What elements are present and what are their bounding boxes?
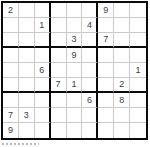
cell-r4c4[interactable] xyxy=(51,48,67,63)
cell-r4c5[interactable]: 9 xyxy=(67,48,83,63)
cell-r1c2[interactable] xyxy=(19,3,35,18)
cell-r8c4[interactable] xyxy=(51,108,67,123)
cell-r4c8[interactable] xyxy=(114,48,130,63)
cell-r7c7[interactable] xyxy=(98,93,114,108)
cell-r6c5[interactable]: 1 xyxy=(67,78,83,93)
cell-r9c2[interactable] xyxy=(19,123,35,138)
cell-r8c5[interactable] xyxy=(67,108,83,123)
cell-r8c3[interactable] xyxy=(35,108,51,123)
cell-r7c9[interactable] xyxy=(130,93,146,108)
cell-r9c3[interactable] xyxy=(35,123,51,138)
cell-r7c5[interactable] xyxy=(67,93,83,108)
cell-r8c9[interactable] xyxy=(130,108,146,123)
cell-r9c9[interactable] xyxy=(130,123,146,138)
cell-r7c6[interactable]: 6 xyxy=(82,93,98,108)
watermark-text xyxy=(2,143,39,145)
cell-r1c4[interactable] xyxy=(51,3,67,18)
cell-r1c8[interactable] xyxy=(114,3,130,18)
cell-r3c2[interactable] xyxy=(19,33,35,48)
cell-r4c9[interactable] xyxy=(130,48,146,63)
cell-r6c4[interactable]: 7 xyxy=(51,78,67,93)
cell-r7c1[interactable] xyxy=(3,93,19,108)
cell-r2c5[interactable] xyxy=(67,18,83,33)
cell-r3c1[interactable] xyxy=(3,33,19,48)
cell-r2c3[interactable]: 1 xyxy=(35,18,51,33)
cell-r8c6[interactable] xyxy=(82,108,98,123)
sudoku-board: 29143796171268739 xyxy=(1,1,148,140)
cell-r1c1[interactable]: 2 xyxy=(3,3,19,18)
cell-r5c6[interactable] xyxy=(82,63,98,78)
cell-r6c2[interactable] xyxy=(19,78,35,93)
cell-r5c3[interactable]: 6 xyxy=(35,63,51,78)
cell-r2c8[interactable] xyxy=(114,18,130,33)
cell-r6c3[interactable] xyxy=(35,78,51,93)
cell-r5c7[interactable] xyxy=(98,63,114,78)
cell-r4c2[interactable] xyxy=(19,48,35,63)
cell-r2c7[interactable] xyxy=(98,18,114,33)
cell-r6c7[interactable] xyxy=(98,78,114,93)
cell-r9c8[interactable] xyxy=(114,123,130,138)
cell-r4c1[interactable] xyxy=(3,48,19,63)
cell-r5c1[interactable] xyxy=(3,63,19,78)
cell-r6c6[interactable] xyxy=(82,78,98,93)
cell-r5c8[interactable] xyxy=(114,63,130,78)
cell-r5c5[interactable] xyxy=(67,63,83,78)
cell-r7c3[interactable] xyxy=(35,93,51,108)
cell-r9c5[interactable] xyxy=(67,123,83,138)
cell-r6c8[interactable]: 2 xyxy=(114,78,130,93)
cell-r3c9[interactable] xyxy=(130,33,146,48)
cell-r1c6[interactable] xyxy=(82,3,98,18)
cell-r5c9[interactable]: 1 xyxy=(130,63,146,78)
cell-r4c6[interactable] xyxy=(82,48,98,63)
cell-r7c4[interactable] xyxy=(51,93,67,108)
cell-r3c5[interactable]: 3 xyxy=(67,33,83,48)
cell-r7c8[interactable]: 8 xyxy=(114,93,130,108)
cell-r4c3[interactable] xyxy=(35,48,51,63)
cell-r2c2[interactable] xyxy=(19,18,35,33)
cell-r9c4[interactable] xyxy=(51,123,67,138)
cell-r7c2[interactable] xyxy=(19,93,35,108)
cell-r2c6[interactable]: 4 xyxy=(82,18,98,33)
cell-r3c6[interactable] xyxy=(82,33,98,48)
cell-r3c7[interactable]: 7 xyxy=(98,33,114,48)
cell-r4c7[interactable] xyxy=(98,48,114,63)
cell-r6c1[interactable] xyxy=(3,78,19,93)
cell-r8c8[interactable] xyxy=(114,108,130,123)
cell-r2c1[interactable] xyxy=(3,18,19,33)
cell-r8c1[interactable]: 7 xyxy=(3,108,19,123)
cell-r6c9[interactable] xyxy=(130,78,146,93)
cell-r8c7[interactable] xyxy=(98,108,114,123)
cell-r1c5[interactable] xyxy=(67,3,83,18)
cell-r2c4[interactable] xyxy=(51,18,67,33)
cell-r9c7[interactable] xyxy=(98,123,114,138)
cell-r5c4[interactable] xyxy=(51,63,67,78)
cell-r1c3[interactable] xyxy=(35,3,51,18)
cell-r9c1[interactable]: 9 xyxy=(3,123,19,138)
cell-r8c2[interactable]: 3 xyxy=(19,108,35,123)
cell-r5c2[interactable] xyxy=(19,63,35,78)
cell-r3c8[interactable] xyxy=(114,33,130,48)
cell-r1c9[interactable] xyxy=(130,3,146,18)
cell-r9c6[interactable] xyxy=(82,123,98,138)
cell-r3c4[interactable] xyxy=(51,33,67,48)
cell-r2c9[interactable] xyxy=(130,18,146,33)
cell-r3c3[interactable] xyxy=(35,33,51,48)
cell-r1c7[interactable]: 9 xyxy=(98,3,114,18)
